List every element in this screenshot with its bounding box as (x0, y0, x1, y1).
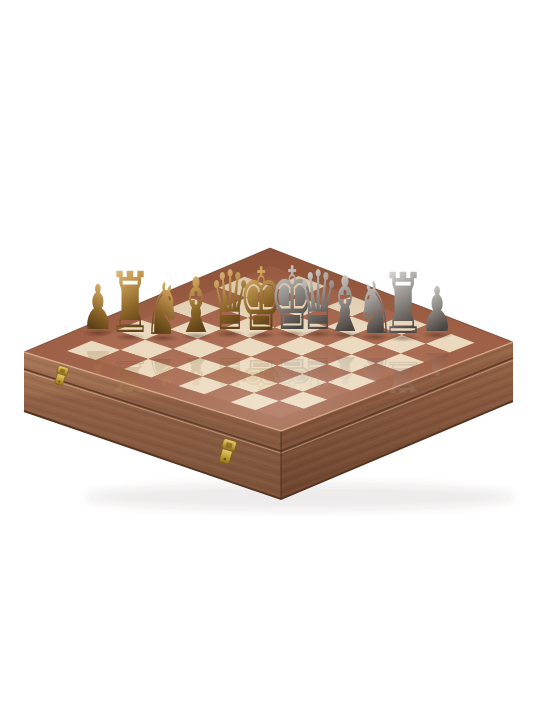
product-photo-stage: ♟♟♜♜♞♞♝♝♛♛♚♚♚♚♛♛♝♝♞♞♜♜♟♟ (0, 0, 540, 720)
